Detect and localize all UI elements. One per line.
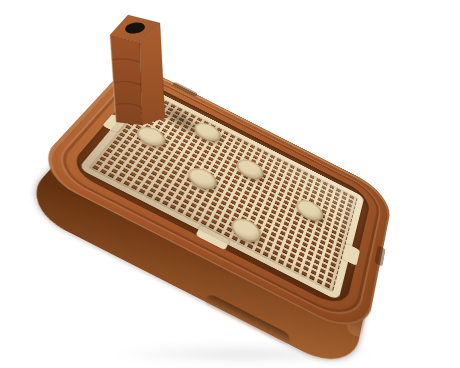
grid-latch-tab-bottom	[195, 225, 229, 250]
rim-notch-right	[374, 245, 386, 267]
pad-snap-disc	[233, 156, 266, 184]
pad-snap-disc	[184, 164, 220, 194]
pad-snap-disc	[293, 195, 325, 225]
pee-post	[95, 5, 185, 140]
pad-snap-disc	[190, 119, 223, 145]
product-photo	[0, 0, 460, 368]
side-bottom-groove	[203, 293, 291, 347]
pad-snap-disc	[228, 214, 264, 247]
tray	[30, 61, 393, 341]
